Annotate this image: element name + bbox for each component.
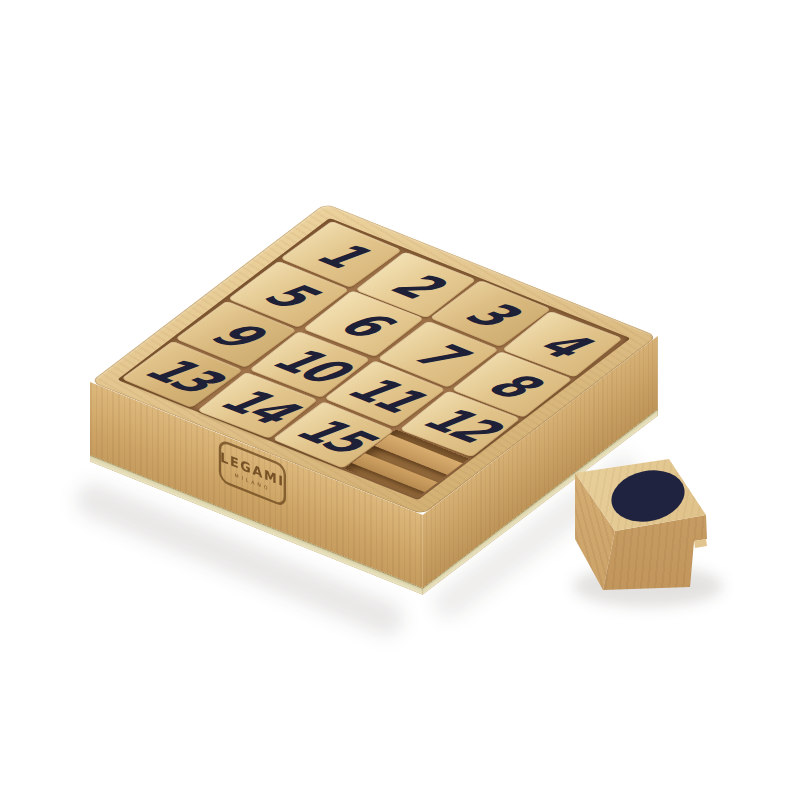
tile-number: 11 [337, 371, 432, 416]
product-photo-scene: LEGAMI MILANO 1 2 3 4 5 6 7 8 9 10 11 12… [0, 0, 800, 800]
dot-tile[interactable] [555, 435, 765, 645]
tile-number: 3 [456, 296, 526, 331]
tile-number: 6 [329, 306, 398, 341]
tile-number: 2 [381, 267, 450, 302]
tile-number: 1 [306, 237, 376, 272]
tile-number: 8 [478, 367, 547, 402]
tile-number: 13 [135, 352, 230, 397]
tile-number: 12 [413, 401, 507, 446]
tile-number: 4 [528, 327, 596, 362]
tile-number: 7 [403, 337, 472, 372]
tile-number: 5 [254, 277, 324, 312]
tile-number: 9 [201, 317, 271, 352]
